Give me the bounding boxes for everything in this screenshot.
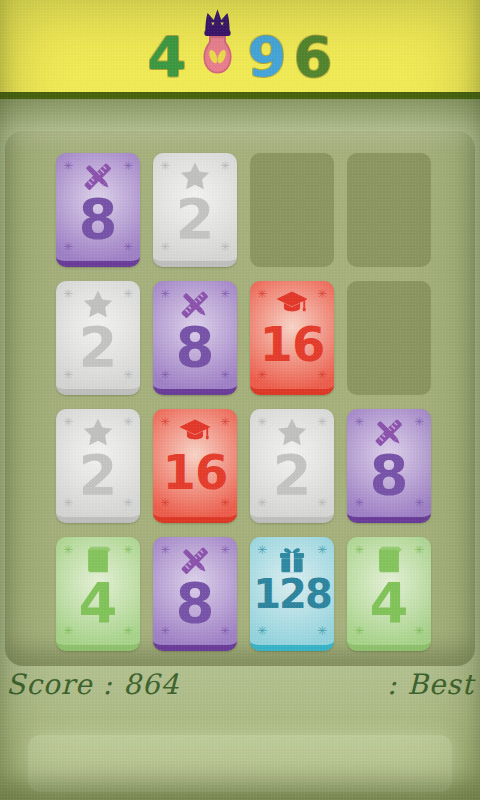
app-root: 4 9 6 ✳✳✳✳8✳✳✳✳2✳✳✳✳2✳✳✳✳8✳✳✳✳16✳✳✳✳2✳✳✳… — [0, 0, 480, 800]
tile-8: ✳✳✳✳8 — [153, 281, 237, 395]
tile-number: 8 — [56, 191, 140, 247]
tile-16: ✳✳✳✳16 — [153, 409, 237, 523]
bottom-panel — [28, 735, 452, 792]
tile-number: 2 — [153, 191, 237, 247]
tile-2: ✳✳✳✳2 — [56, 281, 140, 395]
game-board[interactable]: ✳✳✳✳8✳✳✳✳2✳✳✳✳2✳✳✳✳8✳✳✳✳16✳✳✳✳2✳✳✳✳16✳✳✳… — [5, 131, 475, 666]
tile-16: ✳✳✳✳16 — [250, 281, 334, 395]
crown-inkpot-icon — [195, 6, 240, 82]
tile-number: 8 — [153, 575, 237, 631]
empty-cell — [250, 153, 334, 267]
tile-number: 4 — [347, 575, 431, 631]
empty-cell — [347, 153, 431, 267]
tile-number: 2 — [56, 447, 140, 503]
tile-number: 2 — [56, 319, 140, 375]
tile-number: 16 — [153, 448, 237, 496]
empty-cell — [347, 281, 431, 395]
tile-2: ✳✳✳✳2 — [153, 153, 237, 267]
game-logo: 4 9 6 — [0, 0, 480, 92]
tile-8: ✳✳✳✳8 — [347, 409, 431, 523]
tile-4: ✳✳✳✳4 — [56, 537, 140, 651]
tile-2: ✳✳✳✳2 — [56, 409, 140, 523]
logo-char-4: 4 — [148, 34, 187, 80]
tile-2: ✳✳✳✳2 — [250, 409, 334, 523]
logo-char-9: 9 — [248, 34, 287, 80]
tile-4: ✳✳✳✳4 — [347, 537, 431, 651]
tile-number: 4 — [56, 575, 140, 631]
tile-number: 128 — [250, 574, 334, 614]
board-grid: ✳✳✳✳8✳✳✳✳2✳✳✳✳2✳✳✳✳8✳✳✳✳16✳✳✳✳2✳✳✳✳16✳✳✳… — [56, 153, 431, 651]
score-bar: Score : 864 : Best — [0, 668, 480, 706]
tile-number: 8 — [153, 319, 237, 375]
sparkle-icon: ✳ — [317, 625, 327, 637]
tile-number: 16 — [250, 320, 334, 368]
main-area: ✳✳✳✳8✳✳✳✳2✳✳✳✳2✳✳✳✳8✳✳✳✳16✳✳✳✳2✳✳✳✳16✳✳✳… — [0, 99, 480, 800]
tile-8: ✳✳✳✳8 — [56, 153, 140, 267]
tile-128: ✳✳✳✳128 — [250, 537, 334, 651]
best-text: : Best — [387, 668, 474, 701]
tile-8: ✳✳✳✳8 — [153, 537, 237, 651]
app-header: 4 9 6 — [0, 0, 480, 92]
header-stripe — [0, 92, 480, 99]
tile-number: 8 — [347, 447, 431, 503]
score-text: Score : 864 — [6, 668, 179, 701]
tile-number: 2 — [250, 447, 334, 503]
sparkle-icon: ✳ — [257, 625, 267, 637]
logo-char-6: 6 — [293, 34, 332, 80]
